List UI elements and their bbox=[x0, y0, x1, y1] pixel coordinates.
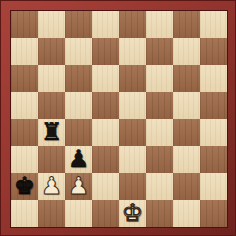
square-d4[interactable] bbox=[92, 119, 119, 146]
square-b8[interactable] bbox=[38, 11, 65, 38]
square-f1[interactable] bbox=[146, 200, 173, 227]
square-a5[interactable] bbox=[11, 92, 38, 119]
square-h4[interactable] bbox=[200, 119, 227, 146]
square-h3[interactable] bbox=[200, 146, 227, 173]
square-b5[interactable] bbox=[38, 92, 65, 119]
square-g5[interactable] bbox=[173, 92, 200, 119]
square-f6[interactable] bbox=[146, 65, 173, 92]
square-c8[interactable] bbox=[65, 11, 92, 38]
square-a2[interactable]: ♚ bbox=[11, 173, 38, 200]
square-e7[interactable] bbox=[119, 38, 146, 65]
square-c4[interactable] bbox=[65, 119, 92, 146]
square-c3[interactable]: ♟ bbox=[65, 146, 92, 173]
square-c7[interactable] bbox=[65, 38, 92, 65]
black-king[interactable]: ♚ bbox=[14, 173, 36, 200]
square-h2[interactable] bbox=[200, 173, 227, 200]
chess-board: ♜♟♚♟♟♚ bbox=[10, 10, 228, 228]
square-g2[interactable] bbox=[173, 173, 200, 200]
square-d3[interactable] bbox=[92, 146, 119, 173]
square-d1[interactable] bbox=[92, 200, 119, 227]
square-f3[interactable] bbox=[146, 146, 173, 173]
square-a6[interactable] bbox=[11, 65, 38, 92]
square-b2[interactable]: ♟ bbox=[38, 173, 65, 200]
square-c5[interactable] bbox=[65, 92, 92, 119]
square-b1[interactable] bbox=[38, 200, 65, 227]
square-e3[interactable] bbox=[119, 146, 146, 173]
square-d2[interactable] bbox=[92, 173, 119, 200]
square-g1[interactable] bbox=[173, 200, 200, 227]
square-a8[interactable] bbox=[11, 11, 38, 38]
square-e8[interactable] bbox=[119, 11, 146, 38]
square-b7[interactable] bbox=[38, 38, 65, 65]
square-h7[interactable] bbox=[200, 38, 227, 65]
square-g3[interactable] bbox=[173, 146, 200, 173]
square-b4[interactable]: ♜ bbox=[38, 119, 65, 146]
square-c1[interactable] bbox=[65, 200, 92, 227]
square-e4[interactable] bbox=[119, 119, 146, 146]
square-a4[interactable] bbox=[11, 119, 38, 146]
square-e1[interactable]: ♚ bbox=[119, 200, 146, 227]
white-king[interactable]: ♚ bbox=[122, 200, 144, 227]
square-g7[interactable] bbox=[173, 38, 200, 65]
square-f5[interactable] bbox=[146, 92, 173, 119]
square-c2[interactable]: ♟ bbox=[65, 173, 92, 200]
square-f7[interactable] bbox=[146, 38, 173, 65]
square-a7[interactable] bbox=[11, 38, 38, 65]
square-h8[interactable] bbox=[200, 11, 227, 38]
square-d5[interactable] bbox=[92, 92, 119, 119]
square-e5[interactable] bbox=[119, 92, 146, 119]
square-g4[interactable] bbox=[173, 119, 200, 146]
square-h1[interactable] bbox=[200, 200, 227, 227]
board-frame: ♜♟♚♟♟♚ bbox=[0, 0, 236, 236]
square-b6[interactable] bbox=[38, 65, 65, 92]
square-e2[interactable] bbox=[119, 173, 146, 200]
square-d6[interactable] bbox=[92, 65, 119, 92]
square-g6[interactable] bbox=[173, 65, 200, 92]
square-h5[interactable] bbox=[200, 92, 227, 119]
square-d8[interactable] bbox=[92, 11, 119, 38]
square-b3[interactable] bbox=[38, 146, 65, 173]
square-a3[interactable] bbox=[11, 146, 38, 173]
square-a1[interactable] bbox=[11, 200, 38, 227]
square-f2[interactable] bbox=[146, 173, 173, 200]
square-e6[interactable] bbox=[119, 65, 146, 92]
square-f4[interactable] bbox=[146, 119, 173, 146]
black-pawn[interactable]: ♟ bbox=[68, 146, 90, 173]
square-f8[interactable] bbox=[146, 11, 173, 38]
white-pawn[interactable]: ♟ bbox=[68, 173, 90, 200]
square-c6[interactable] bbox=[65, 65, 92, 92]
square-h6[interactable] bbox=[200, 65, 227, 92]
square-g8[interactable] bbox=[173, 11, 200, 38]
white-pawn[interactable]: ♟ bbox=[41, 173, 63, 200]
black-rook[interactable]: ♜ bbox=[41, 119, 63, 146]
square-d7[interactable] bbox=[92, 38, 119, 65]
